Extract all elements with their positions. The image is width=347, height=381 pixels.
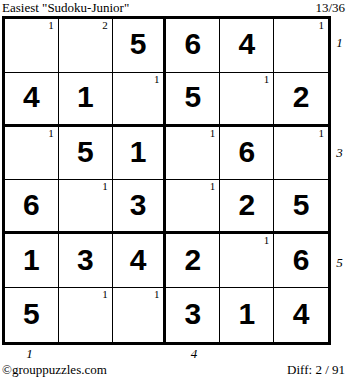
cell-r6c6[interactable]: 4 — [274, 288, 328, 342]
pencil-mark: 1 — [264, 235, 270, 246]
cell-r1c4[interactable]: 6 — [166, 19, 220, 73]
cell-value: 4 — [130, 245, 147, 275]
cell-value: 4 — [23, 82, 40, 112]
cell-r6c5[interactable]: 1 — [220, 288, 274, 342]
clue-counter: 13/36 — [315, 0, 345, 15]
row-label-4 — [333, 180, 346, 235]
row-label-6 — [333, 290, 346, 345]
cell-r4c1[interactable]: 6 — [5, 180, 59, 234]
cell-value: 1 — [23, 245, 40, 275]
cell-value: 5 — [185, 82, 202, 112]
cell-value: 4 — [293, 299, 310, 329]
cell-value: 2 — [238, 190, 255, 220]
row-label-2 — [333, 71, 346, 126]
sudoku-board: 125641411512151161613125134216511314 — [2, 16, 331, 345]
col-label-3 — [112, 346, 167, 361]
header: Easiest "Sudoku-Junior" 13/36 — [2, 0, 345, 15]
copyright-text: ©grouppuzzles.com — [2, 362, 107, 378]
row-label-5: 5 — [333, 235, 346, 290]
cell-r1c5[interactable]: 4 — [220, 19, 274, 73]
cell-r2c5[interactable]: 1 — [220, 73, 274, 127]
row-label-1: 1 — [333, 16, 346, 71]
cell-r3c4[interactable]: 1 — [166, 127, 220, 181]
pencil-mark: 1 — [318, 128, 324, 139]
cell-r5c2[interactable]: 3 — [59, 234, 113, 288]
cell-r4c3[interactable]: 3 — [113, 180, 167, 234]
pencil-mark: 1 — [210, 128, 216, 139]
cell-r5c4[interactable]: 2 — [166, 234, 220, 288]
column-labels: 1 4 — [2, 346, 331, 361]
pencil-mark: 1 — [154, 74, 160, 85]
pencil-mark: 1 — [102, 289, 108, 300]
pencil-mark: 2 — [102, 20, 108, 31]
cell-value: 5 — [77, 137, 94, 167]
cell-value: 6 — [185, 29, 202, 59]
cell-value: 5 — [23, 299, 40, 329]
cell-r3c2[interactable]: 5 — [59, 127, 113, 181]
cell-value: 3 — [185, 299, 202, 329]
pencil-mark: 1 — [102, 181, 108, 192]
cell-value: 6 — [293, 245, 310, 275]
cell-r6c1[interactable]: 5 — [5, 288, 59, 342]
cell-r4c6[interactable]: 5 — [274, 180, 328, 234]
cell-r5c3[interactable]: 4 — [113, 234, 167, 288]
cell-r6c4[interactable]: 3 — [166, 288, 220, 342]
cell-r5c5[interactable]: 1 — [220, 234, 274, 288]
page-title: Easiest "Sudoku-Junior" — [2, 0, 129, 15]
pencil-mark: 1 — [48, 20, 54, 31]
cell-value: 2 — [185, 245, 202, 275]
row-labels: 1 3 5 — [333, 16, 346, 345]
col-label-2 — [57, 346, 112, 361]
cell-r2c1[interactable]: 4 — [5, 73, 59, 127]
cell-r6c3[interactable]: 1 — [113, 288, 167, 342]
cell-value: 6 — [238, 137, 255, 167]
cell-value: 1 — [77, 82, 94, 112]
cell-value: 1 — [130, 137, 147, 167]
puzzle-page: Easiest "Sudoku-Junior" 13/36 1256414115… — [0, 0, 347, 381]
cell-r3c1[interactable]: 1 — [5, 127, 59, 181]
cell-r4c4[interactable]: 1 — [166, 180, 220, 234]
cell-r2c3[interactable]: 1 — [113, 73, 167, 127]
cell-value: 5 — [130, 29, 147, 59]
cell-r2c2[interactable]: 1 — [59, 73, 113, 127]
cell-r3c5[interactable]: 6 — [220, 127, 274, 181]
cell-r2c4[interactable]: 5 — [166, 73, 220, 127]
cell-value: 4 — [238, 29, 255, 59]
col-label-5 — [221, 346, 276, 361]
col-label-4: 4 — [166, 346, 221, 361]
pencil-mark: 1 — [210, 181, 216, 192]
cell-r3c6[interactable]: 1 — [274, 127, 328, 181]
cell-r1c2[interactable]: 2 — [59, 19, 113, 73]
row-label-3: 3 — [333, 126, 346, 181]
cell-value: 3 — [130, 190, 147, 220]
cell-value: 1 — [238, 299, 255, 329]
pencil-mark: 1 — [318, 20, 324, 31]
cell-value: 2 — [293, 82, 310, 112]
footer: ©grouppuzzles.com Diff: 2 / 91 — [2, 362, 345, 378]
pencil-mark: 1 — [154, 289, 160, 300]
cell-r1c3[interactable]: 5 — [113, 19, 167, 73]
pencil-mark: 1 — [264, 74, 270, 85]
col-label-1: 1 — [2, 346, 57, 361]
cell-r1c6[interactable]: 1 — [274, 19, 328, 73]
cell-value: 5 — [293, 190, 310, 220]
cell-r4c5[interactable]: 2 — [220, 180, 274, 234]
cell-r5c6[interactable]: 6 — [274, 234, 328, 288]
cell-r3c3[interactable]: 1 — [113, 127, 167, 181]
cell-r6c2[interactable]: 1 — [59, 288, 113, 342]
cell-r2c6[interactable]: 2 — [274, 73, 328, 127]
col-label-6 — [276, 346, 331, 361]
cell-r4c2[interactable]: 1 — [59, 180, 113, 234]
cell-r1c1[interactable]: 1 — [5, 19, 59, 73]
cell-value: 3 — [77, 245, 94, 275]
cell-value: 6 — [23, 190, 40, 220]
cell-r5c1[interactable]: 1 — [5, 234, 59, 288]
difficulty-text: Diff: 2 / 91 — [287, 362, 345, 378]
pencil-mark: 1 — [48, 128, 54, 139]
